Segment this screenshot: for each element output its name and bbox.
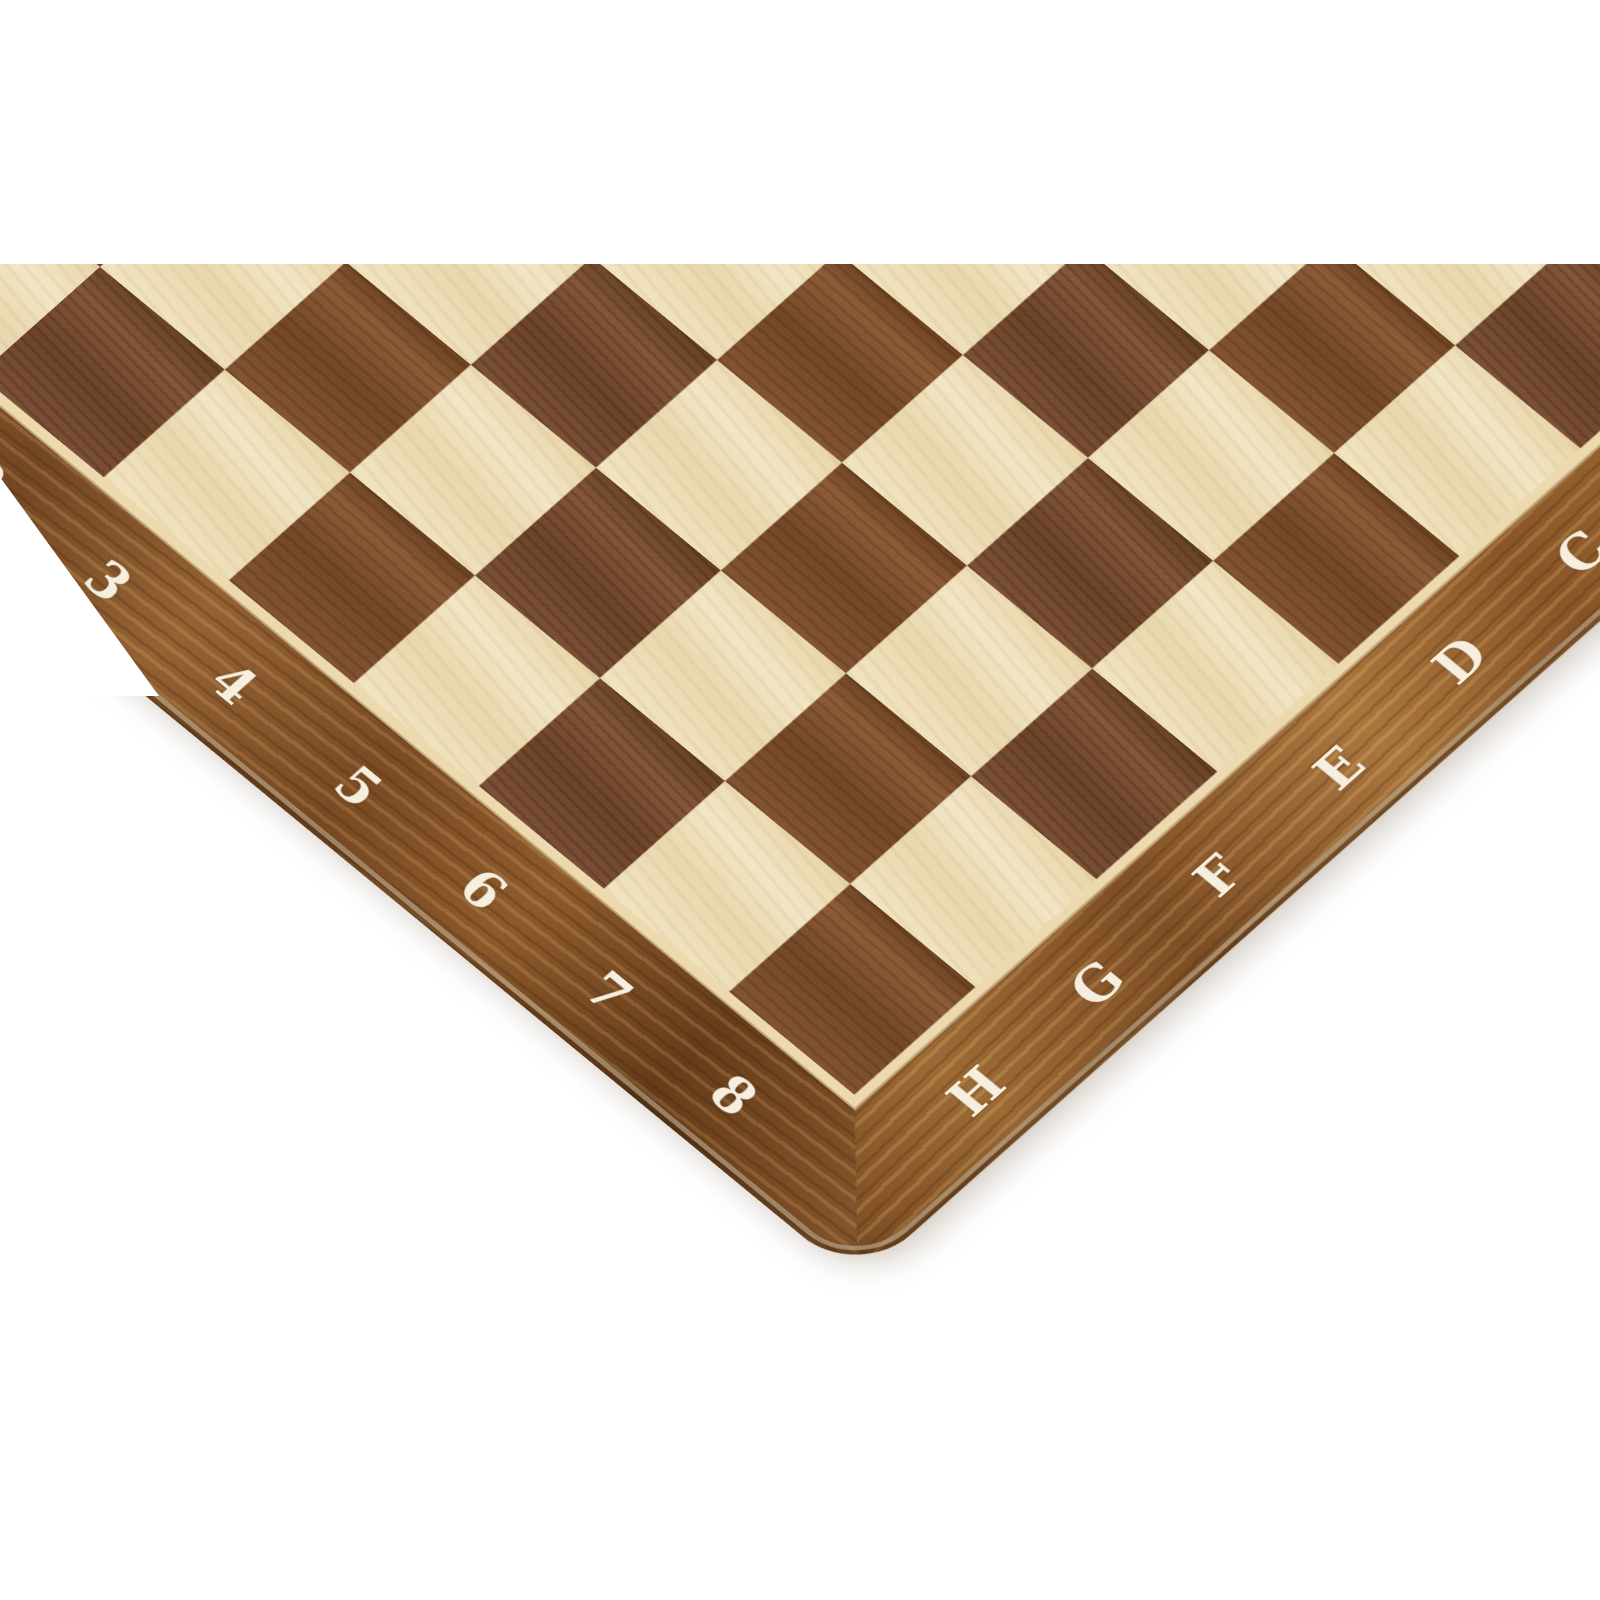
- square-c3[interactable]: [709, 0, 955, 42]
- rank-label-6: 6: [450, 861, 517, 919]
- photo-canvas: 12345678HGFEDCBA: [0, 0, 1600, 1600]
- square-a5[interactable]: [1201, 0, 1447, 32]
- rank-label-5: 5: [325, 758, 392, 816]
- photo-area: 12345678HGFEDCBA: [0, 0, 1600, 1600]
- square-f1[interactable]: [96, 0, 342, 159]
- square-e1[interactable]: [217, 0, 463, 51]
- file-label-f: F: [1185, 847, 1253, 905]
- rank-label-2: 2: [0, 449, 16, 507]
- file-label-g: G: [1061, 953, 1134, 1016]
- square-e3[interactable]: [467, 47, 713, 258]
- file-label-d: D: [1424, 629, 1498, 692]
- square-b6[interactable]: [1205, 32, 1451, 243]
- file-label-c: C: [1546, 523, 1600, 584]
- square-d3[interactable]: [588, 0, 834, 149]
- square-a6[interactable]: [1326, 0, 1572, 135]
- square-c5[interactable]: [959, 37, 1205, 248]
- square-g1[interactable]: [0, 56, 221, 267]
- rank-label-8: 8: [700, 1066, 767, 1124]
- rank-label-4: 4: [200, 655, 267, 713]
- square-b4[interactable]: [955, 0, 1201, 37]
- file-label-e: E: [1305, 739, 1375, 798]
- square-d2[interactable]: [463, 0, 709, 47]
- square-b5[interactable]: [1080, 0, 1326, 140]
- rank-label-7: 7: [575, 963, 642, 1021]
- chessboard: 12345678HGFEDCBA: [0, 0, 1600, 1282]
- square-a7[interactable]: [1451, 27, 1600, 238]
- coordinate-labels: 12345678HGFEDCBA: [0, 0, 1600, 1282]
- rank-label-3: 3: [75, 552, 142, 610]
- square-e2[interactable]: [342, 0, 588, 154]
- square-c4[interactable]: [834, 0, 1080, 145]
- file-label-h: H: [938, 1059, 1015, 1125]
- square-f2[interactable]: [221, 51, 467, 262]
- square-d4[interactable]: [713, 42, 959, 253]
